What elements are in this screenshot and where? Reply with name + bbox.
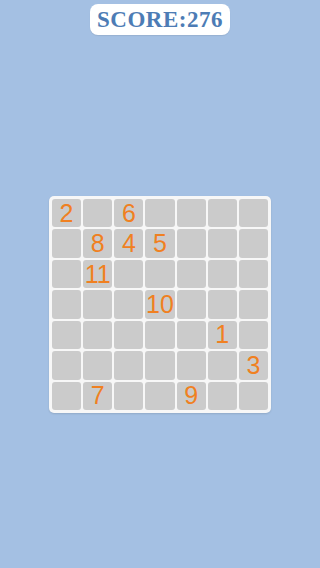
cell-r1c1[interactable]: 2 xyxy=(52,199,81,227)
cell-r3c5[interactable] xyxy=(177,260,206,288)
cell-r6c3[interactable] xyxy=(114,351,143,379)
cell-r2c3[interactable]: 4 xyxy=(114,229,143,257)
cell-r5c2[interactable] xyxy=(83,321,112,349)
cell-r7c6[interactable] xyxy=(208,382,237,410)
cell-r2c4[interactable]: 5 xyxy=(145,229,174,257)
cell-r6c7[interactable]: 3 xyxy=(239,351,268,379)
cell-r4c1[interactable] xyxy=(52,290,81,318)
cell-r7c5[interactable]: 9 xyxy=(177,382,206,410)
cell-r7c2[interactable]: 7 xyxy=(83,382,112,410)
score-display: SCORE:276 xyxy=(90,4,230,35)
cell-r4c4[interactable]: 10 xyxy=(145,290,174,318)
cell-r3c1[interactable] xyxy=(52,260,81,288)
cell-r7c7[interactable] xyxy=(239,382,268,410)
cell-r6c2[interactable] xyxy=(83,351,112,379)
cell-r2c7[interactable] xyxy=(239,229,268,257)
cell-r5c7[interactable] xyxy=(239,321,268,349)
cell-r4c3[interactable] xyxy=(114,290,143,318)
cell-r1c3[interactable]: 6 xyxy=(114,199,143,227)
cell-r5c6[interactable]: 1 xyxy=(208,321,237,349)
cell-r6c6[interactable] xyxy=(208,351,237,379)
cell-r7c1[interactable] xyxy=(52,382,81,410)
cell-r5c4[interactable] xyxy=(145,321,174,349)
cell-r2c5[interactable] xyxy=(177,229,206,257)
cell-r1c4[interactable] xyxy=(145,199,174,227)
cell-r3c4[interactable] xyxy=(145,260,174,288)
cell-r2c1[interactable] xyxy=(52,229,81,257)
cell-r5c5[interactable] xyxy=(177,321,206,349)
board: 2684511101379 xyxy=(49,196,271,413)
cell-r5c3[interactable] xyxy=(114,321,143,349)
cell-r3c6[interactable] xyxy=(208,260,237,288)
cell-r7c4[interactable] xyxy=(145,382,174,410)
cell-r5c1[interactable] xyxy=(52,321,81,349)
cell-r3c2[interactable]: 11 xyxy=(83,260,112,288)
cell-r4c5[interactable] xyxy=(177,290,206,318)
cell-r7c3[interactable] xyxy=(114,382,143,410)
cell-r4c6[interactable] xyxy=(208,290,237,318)
cell-r2c2[interactable]: 8 xyxy=(83,229,112,257)
cell-r1c7[interactable] xyxy=(239,199,268,227)
cell-r6c1[interactable] xyxy=(52,351,81,379)
cell-r6c5[interactable] xyxy=(177,351,206,379)
score-text: SCORE:276 xyxy=(97,8,223,31)
cell-r2c6[interactable] xyxy=(208,229,237,257)
cell-r1c2[interactable] xyxy=(83,199,112,227)
cell-r4c7[interactable] xyxy=(239,290,268,318)
cell-r1c5[interactable] xyxy=(177,199,206,227)
cell-r3c7[interactable] xyxy=(239,260,268,288)
cell-r4c2[interactable] xyxy=(83,290,112,318)
cell-r3c3[interactable] xyxy=(114,260,143,288)
cell-r1c6[interactable] xyxy=(208,199,237,227)
cell-r6c4[interactable] xyxy=(145,351,174,379)
